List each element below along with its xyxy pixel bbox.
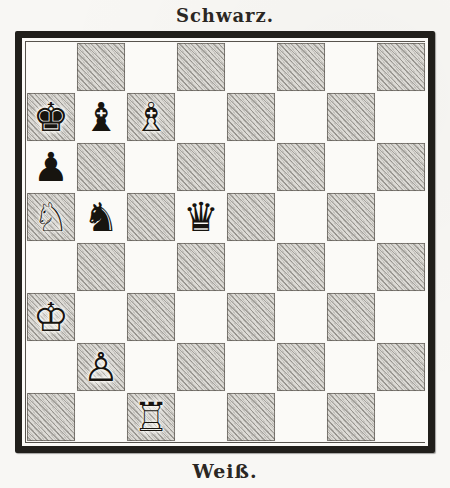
square-d2[interactable] [176,342,226,392]
square-f1[interactable] [276,392,326,442]
square-c3[interactable] [126,292,176,342]
square-a7[interactable]: ♚ [26,92,76,142]
square-a4[interactable] [26,242,76,292]
square-a8[interactable] [26,42,76,92]
white-side-label: Weiß. [0,460,450,482]
square-d7[interactable] [176,92,226,142]
square-g1[interactable] [326,392,376,442]
square-b3[interactable] [76,292,126,342]
piece-white-bishop: ♗ [133,97,169,137]
chess-board: ♚♝♗♟♘♞♛♔♙♖ [26,42,426,442]
square-a1[interactable] [26,392,76,442]
square-d3[interactable] [176,292,226,342]
square-f7[interactable] [276,92,326,142]
square-h3[interactable] [376,292,426,342]
chess-board-inner-border: ♚♝♗♟♘♞♛♔♙♖ [25,41,425,443]
square-c1[interactable]: ♖ [126,392,176,442]
chess-board-frame: ♚♝♗♟♘♞♛♔♙♖ [15,31,435,453]
square-e5[interactable] [226,192,276,242]
square-a2[interactable] [26,342,76,392]
square-a6[interactable]: ♟ [26,142,76,192]
piece-white-king: ♔ [33,297,69,337]
square-f6[interactable] [276,142,326,192]
square-g5[interactable] [326,192,376,242]
square-c4[interactable] [126,242,176,292]
square-c8[interactable] [126,42,176,92]
square-g7[interactable] [326,92,376,142]
square-h4[interactable] [376,242,426,292]
square-a3[interactable]: ♔ [26,292,76,342]
square-f5[interactable] [276,192,326,242]
square-h5[interactable] [376,192,426,242]
square-c2[interactable] [126,342,176,392]
square-b7[interactable]: ♝ [76,92,126,142]
piece-white-pawn: ♙ [83,347,119,387]
square-h6[interactable] [376,142,426,192]
book-page: Schwarz. ♚♝♗♟♘♞♛♔♙♖ Weiß. [0,0,450,488]
square-e7[interactable] [226,92,276,142]
piece-black-king: ♚ [33,97,69,137]
square-c5[interactable] [126,192,176,242]
square-b6[interactable] [76,142,126,192]
square-c7[interactable]: ♗ [126,92,176,142]
square-f8[interactable] [276,42,326,92]
square-g3[interactable] [326,292,376,342]
square-e6[interactable] [226,142,276,192]
square-g4[interactable] [326,242,376,292]
square-d5[interactable]: ♛ [176,192,226,242]
square-b8[interactable] [76,42,126,92]
square-f2[interactable] [276,342,326,392]
square-d1[interactable] [176,392,226,442]
square-b1[interactable] [76,392,126,442]
square-g8[interactable] [326,42,376,92]
square-d8[interactable] [176,42,226,92]
piece-black-bishop: ♝ [83,97,119,137]
square-c6[interactable] [126,142,176,192]
square-h7[interactable] [376,92,426,142]
square-b5[interactable]: ♞ [76,192,126,242]
square-e8[interactable] [226,42,276,92]
piece-black-queen: ♛ [183,197,219,237]
square-e4[interactable] [226,242,276,292]
square-f4[interactable] [276,242,326,292]
piece-black-pawn: ♟ [33,147,69,187]
square-d4[interactable] [176,242,226,292]
square-b4[interactable] [76,242,126,292]
square-h1[interactable] [376,392,426,442]
piece-black-knight: ♞ [83,197,119,237]
square-b2[interactable]: ♙ [76,342,126,392]
square-g2[interactable] [326,342,376,392]
square-e2[interactable] [226,342,276,392]
square-h2[interactable] [376,342,426,392]
square-e3[interactable] [226,292,276,342]
square-e1[interactable] [226,392,276,442]
piece-white-rook: ♖ [133,397,169,437]
piece-white-knight: ♘ [33,197,69,237]
black-side-label: Schwarz. [0,0,450,28]
square-f3[interactable] [276,292,326,342]
square-a5[interactable]: ♘ [26,192,76,242]
square-d6[interactable] [176,142,226,192]
square-g6[interactable] [326,142,376,192]
square-h8[interactable] [376,42,426,92]
